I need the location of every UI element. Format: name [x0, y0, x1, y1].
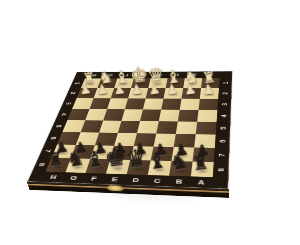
rank-label-right-2: 2: [216, 90, 235, 97]
rank-label-right-3: 3: [215, 101, 234, 109]
rank-label-left-5: 5: [48, 122, 69, 130]
clasp-icon: [106, 185, 124, 191]
chessboard: HGFEDCBA HGFEDCBA 12345678 12345678 ♜♞♝♛…: [28, 71, 233, 189]
product-photo: HGFEDCBA HGFEDCBA 12345678 12345678 ♜♞♝♛…: [0, 0, 300, 245]
file-label-near-D: D: [124, 174, 148, 185]
file-label-near-C: C: [145, 175, 169, 186]
file-label-far-B: B: [185, 72, 203, 79]
file-label-far-C: C: [168, 72, 186, 79]
board-frame: HGFEDCBA HGFEDCBA 12345678 12345678 ♜♞♝♛…: [28, 71, 233, 189]
file-label-far-E: E: [134, 72, 152, 79]
file-label-near-A: A: [190, 177, 213, 189]
file-label-far-A: A: [202, 71, 220, 78]
rank-label-left-2: 2: [63, 90, 83, 97]
rank-label-left-4: 4: [53, 110, 74, 118]
file-label-near-E: E: [103, 174, 127, 185]
rank-label-right-1: 1: [216, 80, 234, 87]
rank-label-left-1: 1: [68, 80, 87, 87]
file-label-far-D: D: [151, 72, 169, 79]
file-labels-far: HGFEDCBA: [85, 71, 220, 78]
piece-black-rook-a8[interactable]: ♜: [191, 162, 214, 178]
rank-label-left-3: 3: [59, 100, 79, 107]
file-label-near-F: F: [82, 173, 106, 184]
file-label-near-B: B: [167, 176, 190, 188]
